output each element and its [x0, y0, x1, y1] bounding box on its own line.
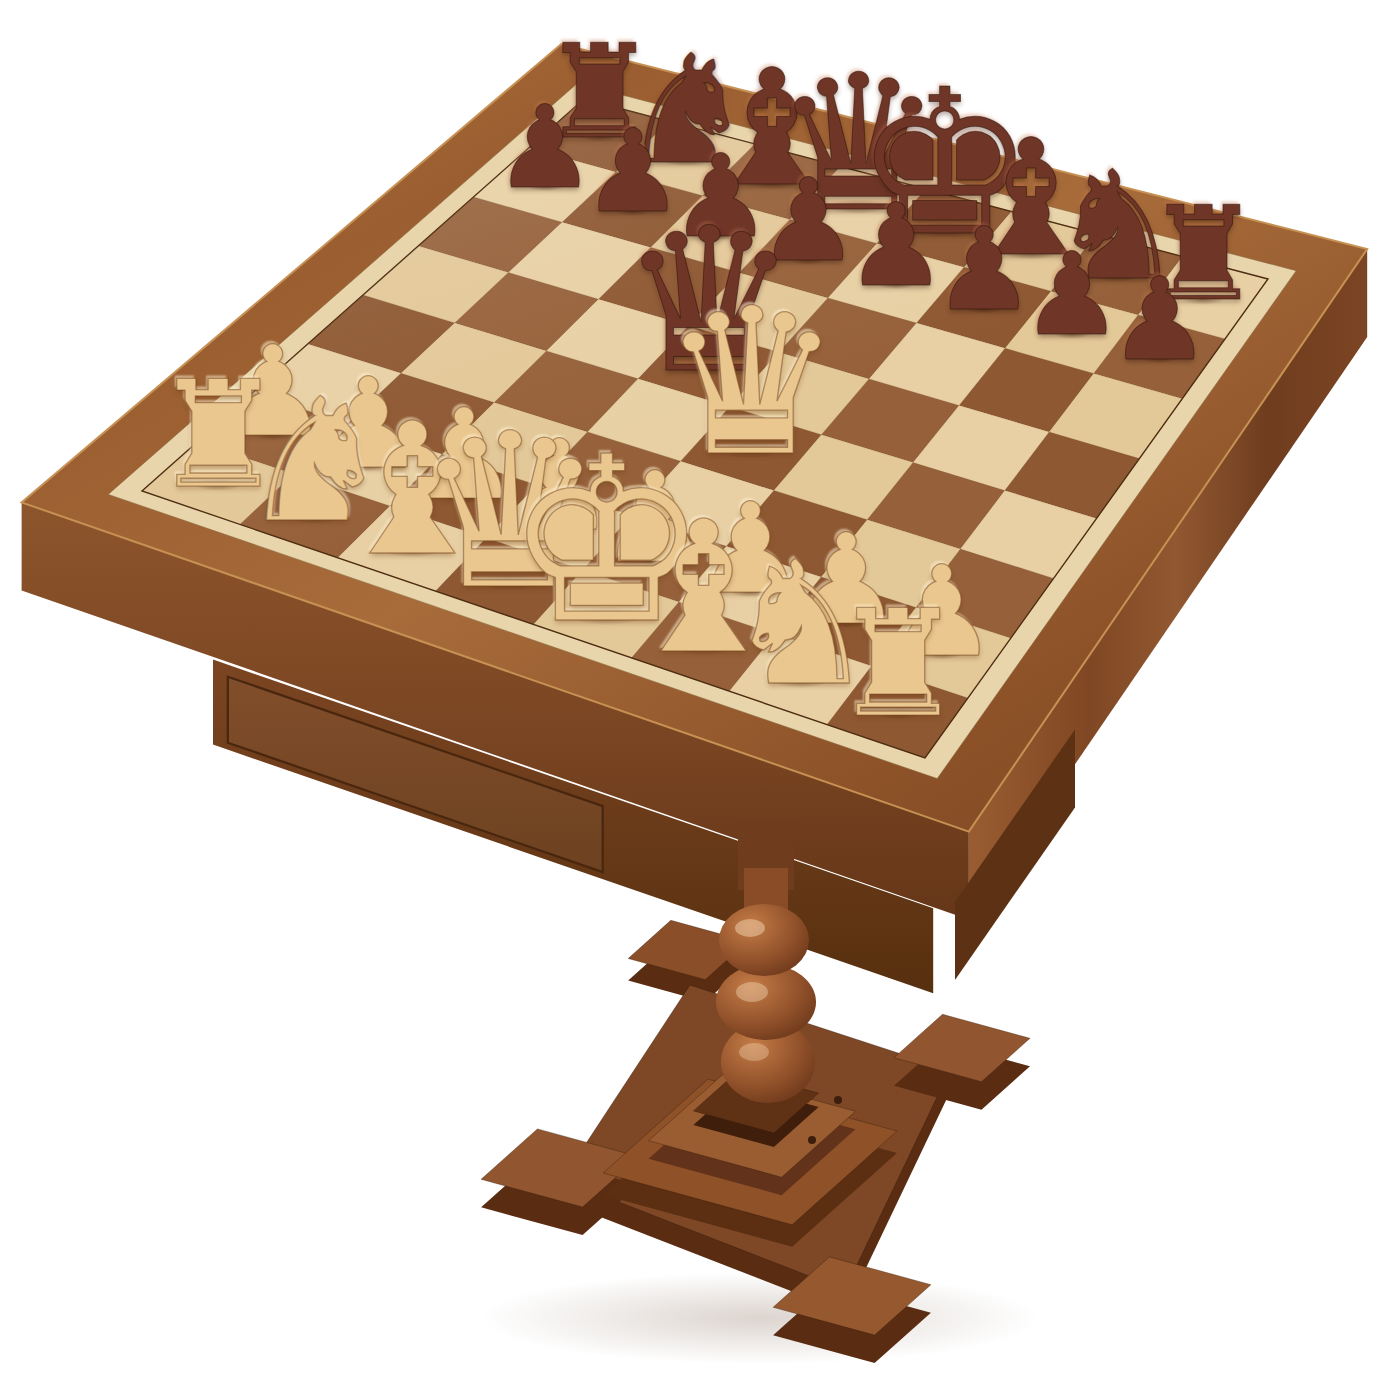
chess-table: [0, 0, 1400, 1400]
bead-highlight: [736, 982, 768, 1002]
bead-highlight: [735, 919, 765, 937]
bead-highlight: [739, 1043, 769, 1061]
scene: ♜♞♝♛♚♝♞♜♟♟♟♟♟♟♟♟♛♛♟♟♟♟♟♟♟♟♜♞♝♛♚♝♞♜: [0, 0, 1400, 1400]
screw: [808, 1136, 816, 1144]
floor-shadow: [480, 1272, 1040, 1364]
column-bead-top: [719, 904, 809, 976]
screw: [834, 1096, 842, 1104]
